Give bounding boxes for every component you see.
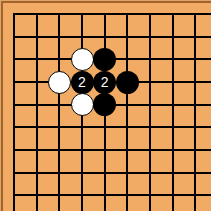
grid-line-vertical — [13, 13, 15, 211]
grid-line-horizontal — [13, 36, 211, 38]
go-board[interactable]: 22 — [0, 0, 211, 211]
white-stone-c3r4[interactable] — [48, 71, 71, 94]
board-frame-top-edge — [1, 1, 211, 3]
white-stone-c4r5[interactable] — [71, 93, 94, 116]
grid-line-vertical — [58, 13, 60, 211]
white-stone-c4r3[interactable] — [71, 48, 94, 71]
grid-line-horizontal — [13, 13, 211, 15]
grid-line-vertical — [36, 13, 38, 211]
grid-line-horizontal — [13, 149, 211, 151]
black-stone-c5r3[interactable] — [93, 48, 116, 71]
grid-line-horizontal — [13, 126, 211, 128]
black-stone-c5r5[interactable] — [93, 93, 116, 116]
grid-line-vertical — [149, 13, 151, 211]
grid-line-horizontal — [13, 194, 211, 196]
grid-line-vertical — [126, 13, 128, 211]
black-stone-c4r4[interactable]: 2 — [71, 71, 94, 94]
grid-line-horizontal — [13, 172, 211, 174]
black-stone-c5r4[interactable]: 2 — [93, 71, 116, 94]
board-frame-left-edge — [1, 1, 3, 211]
grid-line-vertical — [172, 13, 174, 211]
black-stone-c6r4[interactable] — [116, 71, 139, 94]
grid-line-vertical — [194, 13, 196, 211]
